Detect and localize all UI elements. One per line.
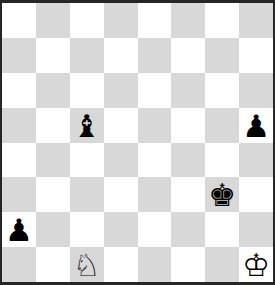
square-h5[interactable]: ♟: [239, 108, 273, 143]
square-a7[interactable]: [2, 38, 36, 73]
black-king: ♚: [208, 180, 236, 211]
square-b8[interactable]: [36, 3, 70, 38]
chess-diagram: ♝ ♟ ♚ ♟: [0, 0, 275, 285]
square-b1[interactable]: [36, 247, 70, 282]
square-c5[interactable]: ♝: [70, 108, 104, 143]
square-g4[interactable]: [205, 143, 239, 178]
square-g6[interactable]: [205, 73, 239, 108]
square-f2[interactable]: [171, 212, 205, 247]
square-c4[interactable]: [70, 143, 104, 178]
square-e4[interactable]: [138, 143, 172, 178]
square-a2[interactable]: ♟: [2, 212, 36, 247]
square-e2[interactable]: [138, 212, 172, 247]
square-d4[interactable]: [104, 143, 138, 178]
square-e3[interactable]: [138, 177, 172, 212]
square-a8[interactable]: [2, 3, 36, 38]
square-c6[interactable]: [70, 73, 104, 108]
square-a1[interactable]: [2, 247, 36, 282]
square-f1[interactable]: [171, 247, 205, 282]
chess-board: ♝ ♟ ♚ ♟: [0, 0, 275, 285]
square-b4[interactable]: [36, 143, 70, 178]
square-f7[interactable]: [171, 38, 205, 73]
square-c8[interactable]: [70, 3, 104, 38]
square-g8[interactable]: [205, 3, 239, 38]
square-b5[interactable]: [36, 108, 70, 143]
square-h7[interactable]: [239, 38, 273, 73]
black-bishop: ♝: [73, 111, 101, 142]
square-c7[interactable]: [70, 38, 104, 73]
black-pawn: ♟: [242, 111, 270, 142]
square-g3[interactable]: ♚: [205, 177, 239, 212]
square-h8[interactable]: [239, 3, 273, 38]
square-h6[interactable]: [239, 73, 273, 108]
square-h4[interactable]: [239, 143, 273, 178]
square-g7[interactable]: [205, 38, 239, 73]
square-b6[interactable]: [36, 73, 70, 108]
square-e8[interactable]: [138, 3, 172, 38]
square-c3[interactable]: [70, 177, 104, 212]
square-b3[interactable]: [36, 177, 70, 212]
square-a5[interactable]: [2, 108, 36, 143]
square-g5[interactable]: [205, 108, 239, 143]
square-b7[interactable]: [36, 38, 70, 73]
square-g1[interactable]: [205, 247, 239, 282]
square-d3[interactable]: [104, 177, 138, 212]
square-d7[interactable]: [104, 38, 138, 73]
square-e1[interactable]: [138, 247, 172, 282]
square-d5[interactable]: [104, 108, 138, 143]
black-pawn: ♟: [5, 215, 33, 246]
square-a4[interactable]: [2, 143, 36, 178]
square-f4[interactable]: [171, 143, 205, 178]
square-d6[interactable]: [104, 73, 138, 108]
square-f8[interactable]: [171, 3, 205, 38]
square-h3[interactable]: [239, 177, 273, 212]
square-f5[interactable]: [171, 108, 205, 143]
square-e7[interactable]: [138, 38, 172, 73]
white-knight: ♘: [73, 250, 101, 281]
square-a6[interactable]: [2, 73, 36, 108]
square-b2[interactable]: [36, 212, 70, 247]
square-d8[interactable]: [104, 3, 138, 38]
square-a3[interactable]: [2, 177, 36, 212]
square-h2[interactable]: [239, 212, 273, 247]
square-e6[interactable]: [138, 73, 172, 108]
white-king: ♔: [242, 250, 270, 281]
square-f6[interactable]: [171, 73, 205, 108]
square-d2[interactable]: [104, 212, 138, 247]
square-d1[interactable]: [104, 247, 138, 282]
square-c2[interactable]: [70, 212, 104, 247]
square-e5[interactable]: [138, 108, 172, 143]
square-f3[interactable]: [171, 177, 205, 212]
square-h1[interactable]: ♔: [239, 247, 273, 282]
square-c1[interactable]: ♘: [70, 247, 104, 282]
square-g2[interactable]: [205, 212, 239, 247]
